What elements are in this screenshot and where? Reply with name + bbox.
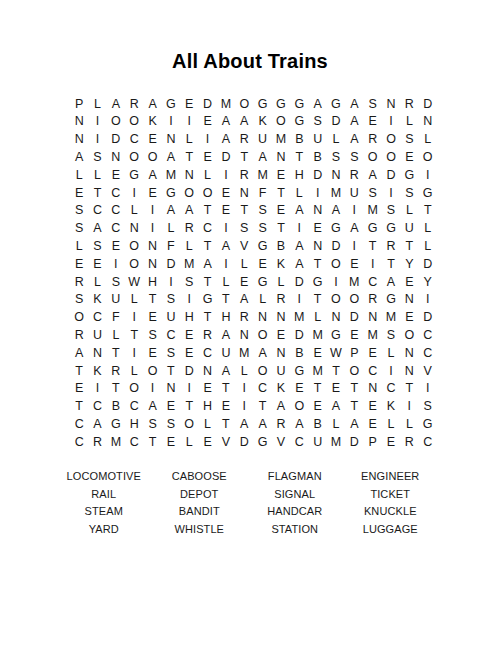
grid-cell: O	[125, 113, 143, 131]
grid-cell: I	[327, 273, 345, 291]
grid-cell: L	[235, 255, 253, 273]
grid-cell: M	[364, 202, 382, 220]
grid-cell: I	[125, 184, 143, 202]
grid-cell: S	[88, 148, 106, 166]
word-list-item: FLAGMAN	[247, 468, 343, 486]
grid-cell: L	[400, 415, 418, 433]
grid-cell: S	[162, 291, 180, 309]
word-list-column: FLAGMANSIGNALHANDCARSTATION	[247, 468, 343, 538]
grid-cell: R	[364, 291, 382, 309]
grid-cell: A	[290, 202, 308, 220]
grid-cell: T	[308, 255, 326, 273]
grid-cell: N	[162, 380, 180, 398]
grid-cell: A	[235, 415, 253, 433]
grid-cell: W	[125, 273, 143, 291]
grid-cell: A	[217, 326, 235, 344]
grid-cell: G	[253, 273, 271, 291]
grid-cell: T	[217, 380, 235, 398]
grid-cell: S	[88, 237, 106, 255]
grid-cell: S	[327, 148, 345, 166]
grid-cell: M	[217, 95, 235, 113]
grid-cell: O	[125, 148, 143, 166]
grid-cell: A	[235, 291, 253, 309]
grid-cell: E	[198, 433, 216, 451]
grid-cell: N	[327, 166, 345, 184]
grid-cell: I	[290, 220, 308, 238]
grid-cell: G	[382, 220, 400, 238]
grid-cell: C	[107, 202, 125, 220]
grid-cell: T	[382, 255, 400, 273]
grid-cell: T	[272, 184, 290, 202]
grid-cell: D	[290, 273, 308, 291]
grid-cell: D	[235, 433, 253, 451]
grid-cell: D	[419, 255, 437, 273]
grid-cell: L	[400, 202, 418, 220]
word-list-item: YARD	[56, 521, 152, 539]
grid-cell: N	[235, 326, 253, 344]
grid-cell: N	[308, 237, 326, 255]
grid-cell: D	[180, 362, 198, 380]
grid-cell: N	[107, 148, 125, 166]
letter-grid: PLARAGEDMOGGGAGASNRDNIOOKIIEAAKOGSDAEILN…	[70, 95, 437, 451]
grid-cell: R	[88, 433, 106, 451]
grid-cell: C	[198, 220, 216, 238]
grid-cell: M	[253, 166, 271, 184]
grid-cell: O	[143, 148, 161, 166]
grid-cell: A	[345, 415, 363, 433]
grid-cell: A	[345, 220, 363, 238]
grid-cell: T	[70, 398, 88, 416]
grid-cell: N	[180, 166, 198, 184]
grid-cell: R	[198, 326, 216, 344]
grid-cell: U	[400, 220, 418, 238]
grid-cell: A	[217, 113, 235, 131]
grid-cell: L	[88, 95, 106, 113]
grid-cell: G	[308, 273, 326, 291]
grid-cell: A	[253, 148, 271, 166]
grid-cell: D	[162, 255, 180, 273]
grid-cell: I	[143, 380, 161, 398]
grid-cell: P	[364, 433, 382, 451]
grid-cell: G	[162, 95, 180, 113]
grid-cell: O	[198, 184, 216, 202]
grid-cell: I	[143, 220, 161, 238]
grid-cell: A	[235, 113, 253, 131]
grid-cell: N	[253, 309, 271, 327]
grid-cell: M	[308, 362, 326, 380]
grid-cell: E	[70, 380, 88, 398]
grid-cell: E	[217, 202, 235, 220]
grid-cell: T	[107, 344, 125, 362]
word-list-column: CABOOSEDEPOTBANDITWHISTLE	[152, 468, 248, 538]
grid-cell: I	[364, 255, 382, 273]
grid-cell: A	[217, 131, 235, 149]
grid-cell: D	[198, 95, 216, 113]
grid-cell: H	[180, 309, 198, 327]
grid-cell: H	[125, 415, 143, 433]
grid-cell: T	[198, 309, 216, 327]
grid-cell: A	[143, 95, 161, 113]
grid-cell: L	[327, 415, 345, 433]
grid-cell: C	[88, 202, 106, 220]
grid-cell: T	[88, 184, 106, 202]
grid-cell: A	[345, 113, 363, 131]
grid-cell: T	[235, 148, 253, 166]
grid-cell: U	[107, 291, 125, 309]
grid-cell: N	[400, 362, 418, 380]
grid-cell: I	[235, 380, 253, 398]
grid-cell: C	[364, 362, 382, 380]
grid-cell: A	[382, 273, 400, 291]
grid-cell: I	[419, 380, 437, 398]
grid-cell: N	[272, 148, 290, 166]
grid-cell: O	[345, 362, 363, 380]
grid-cell: K	[88, 291, 106, 309]
grid-cell: A	[162, 148, 180, 166]
grid-cell: D	[345, 433, 363, 451]
grid-cell: E	[217, 398, 235, 416]
grid-cell: T	[125, 326, 143, 344]
grid-cell: E	[107, 237, 125, 255]
grid-cell: E	[253, 255, 271, 273]
grid-cell: A	[217, 237, 235, 255]
grid-cell: N	[400, 291, 418, 309]
grid-cell: I	[88, 131, 106, 149]
grid-cell: C	[125, 131, 143, 149]
grid-cell: T	[327, 362, 345, 380]
grid-cell: A	[88, 415, 106, 433]
grid-cell: A	[107, 95, 125, 113]
grid-cell: U	[345, 184, 363, 202]
grid-cell: E	[400, 309, 418, 327]
grid-cell: O	[364, 148, 382, 166]
grid-cell: E	[143, 344, 161, 362]
grid-cell: A	[70, 344, 88, 362]
grid-cell: T	[308, 291, 326, 309]
grid-cell: E	[217, 184, 235, 202]
grid-cell: R	[345, 166, 363, 184]
grid-cell: T	[217, 415, 235, 433]
grid-cell: C	[107, 220, 125, 238]
grid-cell: G	[162, 184, 180, 202]
grid-cell: F	[107, 309, 125, 327]
grid-cell: I	[217, 255, 235, 273]
grid-cell: L	[253, 291, 271, 309]
grid-cell: C	[419, 433, 437, 451]
grid-cell: K	[382, 398, 400, 416]
grid-cell: L	[70, 166, 88, 184]
grid-cell: T	[345, 398, 363, 416]
grid-cell: L	[162, 220, 180, 238]
grid-cell: E	[345, 326, 363, 344]
grid-cell: D	[217, 148, 235, 166]
grid-cell: E	[235, 273, 253, 291]
grid-cell: R	[382, 237, 400, 255]
grid-cell: C	[88, 309, 106, 327]
grid-cell: O	[253, 326, 271, 344]
grid-cell: A	[290, 237, 308, 255]
grid-cell: R	[364, 131, 382, 149]
grid-cell: E	[272, 326, 290, 344]
grid-cell: F	[253, 184, 271, 202]
grid-cell: R	[400, 95, 418, 113]
grid-cell: E	[345, 255, 363, 273]
grid-cell: A	[345, 95, 363, 113]
grid-cell: A	[308, 95, 326, 113]
grid-cell: T	[364, 237, 382, 255]
grid-cell: C	[162, 326, 180, 344]
grid-cell: L	[107, 326, 125, 344]
grid-cell: B	[308, 415, 326, 433]
word-list-item: RAIL	[56, 486, 152, 504]
grid-cell: V	[419, 362, 437, 380]
grid-cell: S	[143, 326, 161, 344]
grid-cell: T	[290, 148, 308, 166]
grid-cell: R	[235, 131, 253, 149]
grid-cell: L	[400, 113, 418, 131]
grid-cell: M	[345, 273, 363, 291]
grid-cell: E	[308, 344, 326, 362]
grid-cell: I	[180, 291, 198, 309]
grid-cell: I	[198, 131, 216, 149]
grid-cell: F	[162, 237, 180, 255]
grid-cell: D	[327, 237, 345, 255]
grid-cell: I	[345, 237, 363, 255]
grid-cell: S	[70, 202, 88, 220]
grid-cell: N	[400, 344, 418, 362]
grid-cell: N	[419, 113, 437, 131]
grid-cell: G	[290, 95, 308, 113]
grid-cell: I	[180, 380, 198, 398]
word-list-item: BANDIT	[152, 503, 248, 521]
grid-cell: I	[125, 309, 143, 327]
grid-cell: A	[327, 398, 345, 416]
grid-cell: P	[345, 344, 363, 362]
grid-cell: A	[143, 398, 161, 416]
grid-cell: G	[253, 95, 271, 113]
grid-cell: I	[419, 291, 437, 309]
grid-cell: L	[217, 273, 235, 291]
grid-cell: T	[143, 433, 161, 451]
grid-cell: L	[419, 220, 437, 238]
grid-cell: S	[253, 220, 271, 238]
grid-cell: C	[70, 433, 88, 451]
grid-cell: E	[308, 220, 326, 238]
grid-cell: E	[162, 433, 180, 451]
grid-cell: N	[125, 220, 143, 238]
grid-cell: B	[290, 131, 308, 149]
grid-cell: N	[88, 344, 106, 362]
grid-cell: C	[125, 433, 143, 451]
grid-cell: O	[125, 237, 143, 255]
grid-cell: G	[382, 291, 400, 309]
grid-cell: B	[107, 398, 125, 416]
grid-cell: E	[107, 166, 125, 184]
grid-cell: G	[198, 291, 216, 309]
grid-cell: T	[272, 220, 290, 238]
grid-cell: M	[327, 184, 345, 202]
grid-cell: I	[382, 113, 400, 131]
grid-cell: H	[290, 166, 308, 184]
grid-cell: H	[143, 273, 161, 291]
grid-cell: L	[88, 273, 106, 291]
grid-cell: C	[125, 398, 143, 416]
grid-cell: N	[143, 237, 161, 255]
grid-cell: D	[419, 309, 437, 327]
grid-cell: E	[400, 273, 418, 291]
grid-cell: S	[419, 398, 437, 416]
grid-cell: M	[327, 433, 345, 451]
grid-cell: E	[88, 255, 106, 273]
grid-cell: D	[107, 131, 125, 149]
grid-cell: S	[345, 148, 363, 166]
grid-cell: B	[290, 344, 308, 362]
grid-cell: G	[290, 113, 308, 131]
grid-cell: L	[198, 166, 216, 184]
grid-cell: G	[327, 326, 345, 344]
grid-cell: N	[70, 131, 88, 149]
grid-cell: R	[125, 95, 143, 113]
grid-cell: V	[235, 237, 253, 255]
grid-cell: T	[217, 291, 235, 309]
grid-cell: I	[162, 113, 180, 131]
grid-cell: K	[272, 255, 290, 273]
grid-cell: N	[198, 362, 216, 380]
grid-cell: A	[217, 362, 235, 380]
word-list-item: CABOOSE	[152, 468, 248, 486]
grid-cell: D	[419, 95, 437, 113]
grid-cell: A	[198, 255, 216, 273]
grid-cell: T	[235, 202, 253, 220]
grid-cell: G	[400, 166, 418, 184]
grid-cell: A	[290, 255, 308, 273]
word-list-column: ENGINEERTICKETKNUCKLELUGGAGE	[343, 468, 439, 538]
grid-cell: S	[143, 415, 161, 433]
grid-cell: G	[364, 220, 382, 238]
grid-cell: S	[180, 273, 198, 291]
grid-cell: S	[308, 113, 326, 131]
grid-cell: N	[308, 202, 326, 220]
word-list-item: LUGGAGE	[343, 521, 439, 539]
grid-cell: O	[327, 291, 345, 309]
grid-cell: E	[198, 113, 216, 131]
grid-cell: T	[143, 291, 161, 309]
grid-cell: K	[253, 113, 271, 131]
grid-cell: G	[419, 184, 437, 202]
grid-cell: S	[400, 184, 418, 202]
word-list-item: STEAM	[56, 503, 152, 521]
grid-cell: A	[88, 220, 106, 238]
grid-cell: S	[107, 273, 125, 291]
grid-cell: C	[419, 326, 437, 344]
grid-cell: C	[70, 415, 88, 433]
grid-cell: O	[180, 415, 198, 433]
grid-cell: R	[70, 273, 88, 291]
grid-cell: G	[327, 220, 345, 238]
grid-cell: O	[143, 362, 161, 380]
grid-cell: I	[88, 113, 106, 131]
grid-cell: T	[70, 362, 88, 380]
grid-cell: N	[382, 95, 400, 113]
grid-cell: I	[382, 362, 400, 380]
word-list-item: SIGNAL	[247, 486, 343, 504]
grid-cell: O	[290, 398, 308, 416]
grid-cell: E	[272, 166, 290, 184]
grid-cell: L	[70, 237, 88, 255]
grid-cell: I	[345, 202, 363, 220]
grid-cell: L	[198, 415, 216, 433]
word-list-item: HANDCAR	[247, 503, 343, 521]
grid-cell: L	[180, 237, 198, 255]
grid-cell: E	[272, 202, 290, 220]
grid-cell: G	[419, 415, 437, 433]
grid-cell: O	[180, 184, 198, 202]
grid-cell: I	[235, 398, 253, 416]
grid-cell: I	[400, 398, 418, 416]
grid-cell: T	[345, 380, 363, 398]
grid-cell: K	[88, 362, 106, 380]
grid-cell: I	[162, 273, 180, 291]
grid-cell: N	[364, 380, 382, 398]
grid-cell: E	[143, 309, 161, 327]
grid-cell: N	[272, 344, 290, 362]
grid-cell: L	[382, 415, 400, 433]
grid-cell: T	[198, 237, 216, 255]
grid-cell: E	[162, 398, 180, 416]
grid-cell: T	[162, 362, 180, 380]
grid-cell: U	[88, 326, 106, 344]
word-list-item: WHISTLE	[152, 521, 248, 539]
grid-cell: O	[345, 291, 363, 309]
grid-cell: I	[217, 166, 235, 184]
grid-cell: U	[217, 344, 235, 362]
grid-cell: A	[345, 131, 363, 149]
grid-cell: N	[162, 131, 180, 149]
grid-cell: C	[382, 380, 400, 398]
grid-cell: A	[162, 202, 180, 220]
grid-cell: M	[290, 309, 308, 327]
grid-cell: E	[364, 415, 382, 433]
grid-cell: O	[125, 255, 143, 273]
grid-cell: S	[162, 415, 180, 433]
grid-cell: D	[308, 166, 326, 184]
grid-cell: I	[382, 184, 400, 202]
grid-cell: H	[198, 398, 216, 416]
grid-cell: D	[345, 309, 363, 327]
grid-cell: L	[125, 202, 143, 220]
grid-cell: U	[162, 309, 180, 327]
grid-cell: A	[272, 398, 290, 416]
grid-cell: A	[253, 415, 271, 433]
grid-cell: C	[364, 273, 382, 291]
grid-cell: O	[235, 95, 253, 113]
grid-cell: M	[308, 326, 326, 344]
grid-cell: E	[180, 95, 198, 113]
grid-cell: O	[419, 148, 437, 166]
grid-cell: O	[327, 255, 345, 273]
grid-cell: U	[253, 131, 271, 149]
grid-cell: G	[253, 433, 271, 451]
grid-cell: C	[88, 398, 106, 416]
grid-cell: E	[308, 398, 326, 416]
grid-cell: I	[290, 291, 308, 309]
grid-cell: S	[382, 326, 400, 344]
grid-cell: L	[308, 309, 326, 327]
grid-cell: A	[143, 166, 161, 184]
grid-cell: L	[272, 273, 290, 291]
grid-cell: O	[382, 148, 400, 166]
grid-cell: E	[364, 398, 382, 416]
